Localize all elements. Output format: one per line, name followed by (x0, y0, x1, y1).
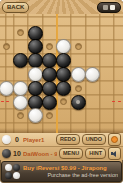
black-stone (42, 81, 57, 96)
black-disc-icon (2, 149, 11, 158)
redo-button[interactable]: REDO (56, 134, 80, 145)
last-move-row-marker (118, 101, 121, 103)
white-stone (28, 67, 43, 82)
legal-move-dot[interactable] (17, 29, 24, 36)
ad-banner[interactable]: Buy iReversi $0.99 - Jirapong Purchase t… (1, 161, 122, 182)
last-move-row-marker (6, 101, 9, 103)
black-stone (42, 67, 57, 82)
speaker-icon (111, 150, 118, 157)
last-move-marker (76, 100, 80, 104)
legal-move-dot[interactable] (3, 43, 10, 50)
black-stone-last-move (71, 95, 86, 110)
black-stone (28, 53, 43, 68)
black-player-name: DaiWoon - 9 (23, 151, 57, 157)
ad-subtitle: Purchase the ad-free version (23, 172, 118, 178)
player-row-black: 10 DaiWoon - 9 MENU HINT (0, 147, 123, 160)
last-move-row-marker (112, 101, 115, 103)
legal-move-dot[interactable] (75, 43, 82, 50)
black-stone (42, 53, 57, 68)
white-player-name: Player1 (23, 137, 54, 143)
white-stone (71, 67, 86, 82)
black-stone (56, 53, 71, 68)
white-stone (85, 67, 100, 82)
white-stone (13, 81, 28, 96)
legal-move-dot[interactable] (75, 85, 82, 92)
white-stone (0, 81, 14, 96)
board-icon (103, 5, 108, 10)
black-stone (42, 95, 57, 110)
board-icon-alt (110, 5, 115, 10)
back-button[interactable]: BACK (2, 2, 29, 13)
reversi-logo-icon (5, 164, 20, 179)
hint-button[interactable]: HINT (85, 148, 106, 159)
black-stone (56, 67, 71, 82)
white-stone (13, 95, 28, 110)
marker-toggle-button[interactable] (108, 133, 121, 146)
black-score: 10 (13, 150, 21, 157)
orange-dot-icon (111, 136, 118, 143)
white-stone (28, 108, 43, 123)
legal-move-dot[interactable] (17, 112, 24, 119)
last-move-row-marker (1, 101, 4, 103)
reversi-board[interactable] (0, 14, 123, 133)
legal-move-dot[interactable] (46, 112, 53, 119)
sound-toggle-button[interactable] (108, 147, 121, 160)
black-stone (13, 53, 28, 68)
menu-button[interactable]: MENU (59, 148, 83, 159)
ad-title: Buy iReversi $0.99 - Jirapong (23, 165, 118, 171)
undo-button[interactable]: UNDO (82, 134, 106, 145)
view-options-button[interactable] (97, 2, 121, 13)
control-panel: 0 Player1 REDO UNDO 10 DaiWoon - 9 MENU … (0, 133, 123, 161)
app-screen: BACK 0 Player1 REDO UNDO 10 DaiWoon - 9 … (0, 0, 123, 183)
white-stone (56, 39, 71, 54)
legal-move-dot[interactable] (46, 43, 53, 50)
legal-move-dot[interactable] (60, 98, 67, 105)
white-score: 0 (13, 136, 21, 143)
black-stone (28, 95, 43, 110)
ad-text: Buy iReversi $0.99 - Jirapong Purchase t… (23, 165, 118, 178)
black-stone (28, 39, 43, 54)
black-stone (28, 26, 43, 41)
black-stone (56, 81, 71, 96)
player-row-white: 0 Player1 REDO UNDO (0, 133, 123, 147)
black-stone (28, 81, 43, 96)
navbar: BACK (0, 0, 123, 15)
white-disc-icon (2, 135, 11, 144)
